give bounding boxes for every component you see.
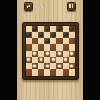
black-piece[interactable] bbox=[69, 26, 74, 31]
black-piece[interactable] bbox=[39, 32, 44, 37]
white-piece[interactable] bbox=[26, 57, 31, 62]
white-piece[interactable] bbox=[45, 51, 50, 56]
letterbox-right bbox=[83, 0, 100, 100]
black-piece[interactable] bbox=[45, 39, 50, 44]
white-piece[interactable] bbox=[32, 64, 37, 69]
letterbox-left bbox=[0, 0, 17, 100]
app-screen: 0:57 bbox=[0, 0, 100, 100]
white-piece[interactable] bbox=[69, 64, 74, 69]
white-piece[interactable] bbox=[69, 51, 74, 56]
sound-button[interactable] bbox=[24, 2, 33, 11]
white-piece[interactable] bbox=[32, 51, 37, 56]
board-frame bbox=[22, 22, 80, 80]
black-piece[interactable] bbox=[32, 26, 37, 31]
pause-icon bbox=[68, 3, 75, 10]
black-piece[interactable] bbox=[57, 26, 62, 31]
speaker-icon bbox=[27, 5, 30, 7]
board-square[interactable] bbox=[69, 69, 75, 75]
black-piece[interactable] bbox=[51, 32, 56, 37]
white-piece[interactable] bbox=[39, 57, 44, 62]
black-piece[interactable] bbox=[63, 32, 68, 37]
black-piece[interactable] bbox=[45, 26, 50, 31]
black-piece[interactable] bbox=[26, 32, 31, 37]
white-piece[interactable] bbox=[63, 57, 68, 62]
timer-label: 0:57 bbox=[35, 3, 51, 10]
pause-button[interactable] bbox=[67, 2, 76, 11]
white-piece[interactable] bbox=[57, 51, 62, 56]
white-piece[interactable] bbox=[57, 64, 62, 69]
white-piece[interactable] bbox=[45, 64, 50, 69]
checkers-board[interactable] bbox=[26, 26, 76, 76]
white-piece[interactable] bbox=[51, 57, 56, 62]
